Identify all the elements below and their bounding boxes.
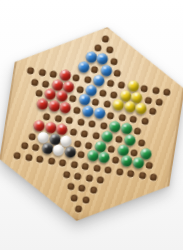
board-hole[interactable] (140, 85, 148, 93)
board-hole[interactable] (91, 66, 99, 74)
board-hole[interactable] (35, 90, 43, 98)
marble-yellow[interactable] (123, 101, 136, 114)
board-hole[interactable] (127, 170, 135, 178)
marble-green[interactable] (98, 152, 111, 165)
board-hole[interactable] (106, 46, 114, 54)
board-hole[interactable] (38, 68, 46, 76)
marble-blue[interactable] (96, 53, 109, 66)
board-hole[interactable] (31, 78, 39, 86)
board-hole[interactable] (115, 135, 123, 143)
board-hole[interactable] (59, 159, 67, 167)
board-hole[interactable] (69, 128, 77, 136)
board-hole[interactable] (81, 163, 89, 171)
board-hole[interactable] (148, 108, 156, 116)
marble-red[interactable] (59, 102, 72, 115)
board-hole[interactable] (99, 122, 107, 130)
board-hole[interactable] (115, 168, 123, 176)
board-hole[interactable] (129, 116, 137, 124)
board-hole[interactable] (94, 44, 102, 52)
board-hole[interactable] (81, 130, 89, 138)
marble-yellow[interactable] (135, 103, 148, 116)
marble-red[interactable] (36, 98, 49, 111)
board-hole[interactable] (109, 58, 117, 66)
board-hole[interactable] (73, 140, 81, 148)
marble-white[interactable] (52, 144, 65, 157)
marble-white[interactable] (37, 131, 50, 144)
marble-green[interactable] (121, 155, 134, 168)
board-hole[interactable] (85, 174, 93, 182)
board-hole[interactable] (28, 132, 36, 140)
board-hole[interactable] (42, 80, 50, 88)
board-hole[interactable] (65, 116, 73, 124)
board-hole[interactable] (74, 205, 82, 213)
board-hole[interactable] (141, 117, 149, 125)
board-hole[interactable] (97, 176, 105, 184)
board-hole[interactable] (24, 154, 32, 162)
board-hole[interactable] (102, 35, 110, 43)
board-hole[interactable] (91, 99, 99, 107)
board-hole[interactable] (72, 74, 80, 82)
marble-green[interactable] (120, 122, 133, 135)
board-holes-layer (0, 14, 183, 234)
board-hole[interactable] (77, 151, 85, 159)
board-hole[interactable] (69, 95, 77, 103)
board-rotation-wrapper (0, 14, 183, 234)
marble-blue[interactable] (82, 105, 95, 118)
board-hole[interactable] (49, 70, 57, 78)
board-hole[interactable] (82, 196, 90, 204)
marble-green[interactable] (132, 157, 145, 170)
product-photo-scene (0, 0, 183, 250)
board-hole[interactable] (89, 186, 97, 194)
board-hole[interactable] (13, 152, 21, 160)
board-hole[interactable] (163, 88, 171, 96)
board-hole[interactable] (47, 157, 55, 165)
board-hole[interactable] (106, 79, 114, 87)
board-hole[interactable] (67, 182, 75, 190)
marble-blue[interactable] (77, 61, 90, 74)
board-hole[interactable] (117, 81, 125, 89)
board-hole[interactable] (99, 89, 107, 97)
marble-red[interactable] (48, 100, 61, 113)
board-hole[interactable] (118, 114, 126, 122)
board-hole[interactable] (78, 184, 86, 192)
board-hole[interactable] (54, 115, 62, 123)
board-hole[interactable] (20, 142, 28, 150)
board-hole[interactable] (113, 69, 121, 77)
board-hole[interactable] (149, 173, 157, 181)
marble-green[interactable] (117, 144, 130, 157)
board-hole[interactable] (70, 194, 78, 202)
marble-green[interactable] (86, 150, 99, 163)
board-hole[interactable] (73, 107, 81, 115)
board-hole[interactable] (83, 76, 91, 84)
marble-red[interactable] (33, 119, 46, 132)
board-hole[interactable] (92, 132, 100, 140)
board-hole[interactable] (110, 91, 118, 99)
marble-blue[interactable] (78, 94, 91, 107)
board-hole[interactable] (76, 85, 84, 93)
board-hole[interactable] (43, 113, 51, 121)
board-hole[interactable] (70, 161, 78, 169)
board-hole[interactable] (63, 171, 71, 179)
board-hole[interactable] (137, 139, 145, 147)
board-hole[interactable] (93, 164, 101, 172)
board-hole[interactable] (107, 112, 115, 120)
board-hole[interactable] (32, 144, 40, 152)
board-hole[interactable] (133, 127, 141, 135)
board-hole[interactable] (88, 120, 96, 128)
board-hole[interactable] (111, 156, 119, 164)
board-hole[interactable] (144, 96, 152, 104)
board-hole[interactable] (145, 162, 153, 170)
board-hole[interactable] (77, 118, 85, 126)
board-hole[interactable] (74, 172, 82, 180)
marble-yellow[interactable] (112, 99, 125, 112)
marble-black[interactable] (64, 146, 77, 159)
board-hole[interactable] (130, 149, 138, 157)
board-hole[interactable] (156, 98, 164, 106)
marble-blue[interactable] (93, 107, 106, 120)
board-hole[interactable] (36, 155, 44, 163)
board-hole[interactable] (107, 145, 115, 153)
marble-black[interactable] (41, 143, 54, 156)
board-hole[interactable] (103, 100, 111, 108)
board-hole[interactable] (152, 86, 160, 94)
board-hole[interactable] (27, 67, 35, 75)
board-hole[interactable] (85, 141, 93, 149)
board-hole[interactable] (104, 166, 112, 174)
board-hole[interactable] (138, 172, 146, 180)
